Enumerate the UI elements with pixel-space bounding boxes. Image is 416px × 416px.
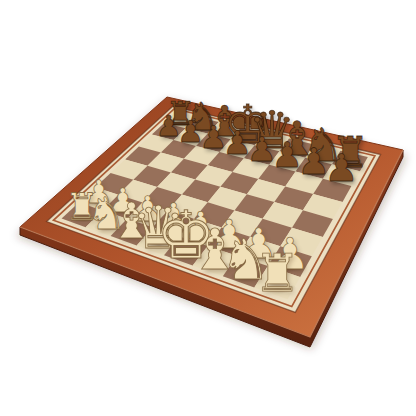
piece-light-rook[interactable]: ♜ xyxy=(254,247,301,299)
chess-set-photo-scene: ♜♞♝♚♛♝♞♜♟♟♟♟♟♟♟♟♟♟♟♟♟♟♟♟♜♞♝♛♚♝♞♜ xyxy=(0,0,416,416)
piece-dark-pawn[interactable]: ♟ xyxy=(324,150,358,188)
pieces-layer: ♜♞♝♚♛♝♞♜♟♟♟♟♟♟♟♟♟♟♟♟♟♟♟♟♜♞♝♛♚♝♞♜ xyxy=(0,0,416,416)
